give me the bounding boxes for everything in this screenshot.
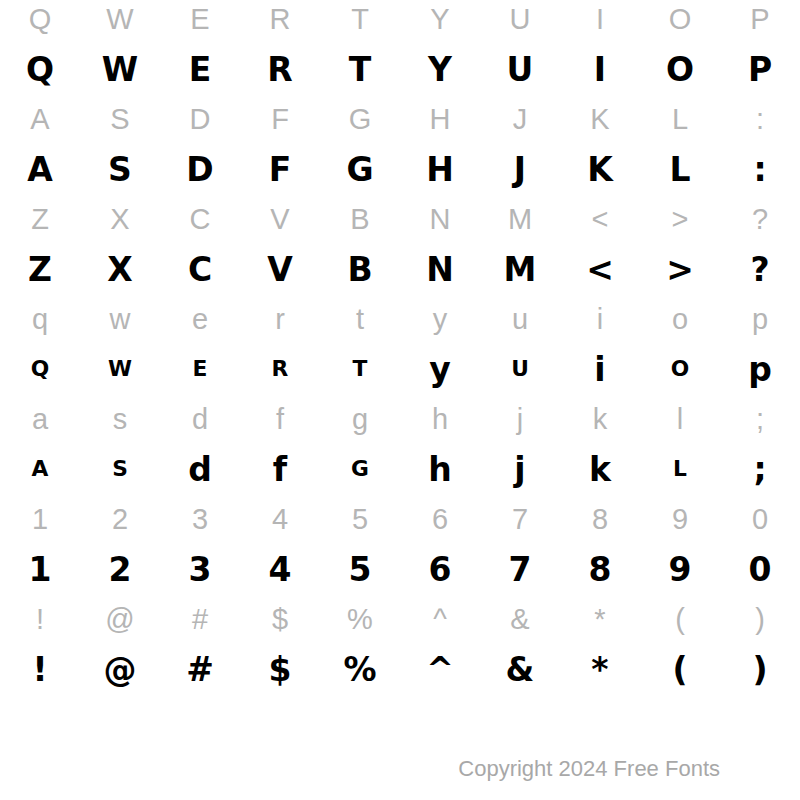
glyph-cell: O — [669, 5, 692, 34]
glyph-cell: % — [347, 605, 373, 634]
glyph-cell: @ — [104, 653, 137, 686]
glyph-row-reference-7: qwertyuiop — [0, 300, 800, 350]
glyph-cell: S — [108, 153, 132, 186]
glyph-cell: C — [188, 253, 212, 286]
glyph-cell: 5 — [349, 553, 372, 586]
glyph-cell: ( — [675, 605, 685, 634]
glyph-cell: 2 — [112, 505, 128, 534]
glyph-cell: R — [267, 53, 292, 86]
glyph-row-font-8: QWERTyUiOp — [0, 350, 800, 400]
glyph-cell: k — [589, 453, 611, 486]
glyph-cell: f — [276, 405, 284, 434]
glyph-cell: M — [504, 253, 537, 286]
glyph-cell: H — [430, 105, 451, 134]
glyph-row-font-10: ASdfGhjkL; — [0, 450, 800, 500]
glyph-cell: 0 — [752, 505, 768, 534]
glyph-cell: ? — [752, 205, 768, 234]
glyph-cell: E — [193, 358, 208, 380]
glyph-cell: P — [748, 53, 772, 86]
glyph-cell: ? — [750, 253, 769, 286]
glyph-cell: A — [30, 105, 49, 134]
glyph-cell: N — [426, 253, 454, 286]
glyph-cell: i — [594, 353, 605, 386]
glyph-cell: 5 — [352, 505, 368, 534]
glyph-cell: L — [669, 153, 690, 186]
glyph-cell: P — [750, 5, 769, 34]
glyph-cell: F — [271, 105, 289, 134]
glyph-cell: E — [190, 5, 209, 34]
glyph-cell: 3 — [192, 505, 208, 534]
glyph-row-reference-9: asdfghjkl; — [0, 400, 800, 450]
glyph-cell: A — [32, 458, 49, 480]
glyph-cell: # — [186, 653, 214, 686]
glyph-cell: U — [510, 5, 531, 34]
glyph-cell: w — [110, 305, 131, 334]
glyph-row-font-12: 1234567890 — [0, 550, 800, 600]
glyph-cell: q — [32, 305, 48, 334]
glyph-cell: h — [428, 453, 452, 486]
glyph-cell: L — [673, 458, 687, 480]
glyph-cell: r — [275, 305, 285, 334]
glyph-cell: S — [110, 105, 129, 134]
footer: Copyright 2024 Free Fonts — [0, 700, 800, 800]
glyph-cell: G — [351, 458, 369, 480]
glyph-cell: ( — [672, 653, 687, 686]
glyph-cell: p — [752, 305, 768, 334]
glyph-cell: % — [343, 653, 376, 686]
glyph-cell: d — [192, 405, 208, 434]
copyright-text: Copyright 2024 Free Fonts — [458, 758, 720, 780]
glyph-cell: 7 — [512, 505, 528, 534]
glyph-cell: A — [27, 153, 53, 186]
glyph-cell: * — [594, 605, 605, 634]
glyph-cell: 8 — [592, 505, 608, 534]
glyph-cell: C — [190, 205, 211, 234]
glyph-cell: # — [192, 605, 208, 634]
glyph-cell: J — [513, 105, 528, 134]
glyph-cell: 8 — [589, 553, 612, 586]
glyph-cell: Y — [428, 53, 452, 86]
glyph-cell: O — [666, 53, 694, 86]
glyph-cell: R — [272, 358, 289, 380]
glyph-cell: k — [593, 405, 608, 434]
glyph-row-reference-1: QWERTYUIOP — [0, 0, 800, 50]
glyph-cell: u — [512, 305, 528, 334]
glyph-cell: d — [188, 453, 212, 486]
glyph-cell: K — [590, 105, 609, 134]
glyph-cell: W — [108, 358, 132, 380]
glyph-cell: T — [353, 358, 368, 380]
glyph-cell: B — [350, 205, 369, 234]
glyph-cell: ! — [32, 653, 47, 686]
glyph-cell: ; — [753, 453, 766, 486]
glyph-cell: i — [597, 305, 603, 334]
glyph-cell: ^ — [433, 605, 447, 634]
glyph-cell: G — [349, 105, 372, 134]
glyph-cell: Y — [430, 5, 449, 34]
glyph-cell: s — [113, 405, 128, 434]
glyph-row-font-2: QWERTYUIOP — [0, 50, 800, 100]
glyph-cell: D — [186, 153, 213, 186]
glyph-cell: o — [672, 305, 688, 334]
glyph-cell: Q — [26, 53, 54, 86]
glyph-cell: S — [112, 458, 128, 480]
glyph-cell: E — [189, 53, 212, 86]
glyph-cell: ; — [756, 405, 764, 434]
glyph-cell: @ — [105, 605, 134, 634]
glyph-cell: D — [190, 105, 211, 134]
glyph-cell: y — [433, 305, 448, 334]
glyph-cell: T — [349, 53, 372, 86]
glyph-cell: : — [753, 153, 766, 186]
glyph-cell: y — [429, 353, 451, 386]
glyph-cell: Q — [29, 5, 52, 34]
glyph-row-reference-11: 1234567890 — [0, 500, 800, 550]
glyph-cell: $ — [269, 653, 292, 686]
glyph-cell: ) — [755, 605, 765, 634]
glyph-cell: $ — [272, 605, 288, 634]
glyph-cell: R — [270, 5, 291, 34]
glyph-cell: p — [748, 353, 772, 386]
glyph-cell: V — [267, 253, 293, 286]
glyph-cell: 1 — [29, 553, 52, 586]
glyph-cell: 4 — [272, 505, 288, 534]
glyph-cell: T — [351, 5, 369, 34]
glyph-row-reference-5: ZXCVBNM<>? — [0, 200, 800, 250]
glyph-cell: 6 — [432, 505, 448, 534]
glyph-cell: Z — [31, 205, 49, 234]
glyph-cell: < — [586, 253, 614, 286]
glyph-cell: Q — [31, 358, 50, 380]
glyph-cell: ^ — [426, 653, 454, 686]
glyph-cell: 0 — [749, 553, 772, 586]
glyph-row-font-14: !@#$%^&*() — [0, 650, 800, 700]
glyph-cell: F — [269, 153, 292, 186]
glyph-cell: e — [192, 305, 208, 334]
glyph-cell: 6 — [429, 553, 452, 586]
glyph-row-font-4: ASDFGHJKL: — [0, 150, 800, 200]
glyph-cell: & — [506, 653, 535, 686]
glyph-cell: j — [514, 453, 525, 486]
character-map: QWERTYUIOPQWERTYUIOPASDFGHJKL:ASDFGHJKL:… — [0, 0, 800, 700]
glyph-cell: ! — [36, 605, 44, 634]
glyph-cell: 4 — [269, 553, 292, 586]
glyph-cell: & — [510, 605, 529, 634]
glyph-cell: I — [594, 53, 606, 86]
glyph-cell: I — [596, 5, 604, 34]
glyph-cell: U — [511, 358, 529, 380]
glyph-cell: 1 — [32, 505, 48, 534]
glyph-cell: g — [352, 405, 368, 434]
glyph-cell: 9 — [672, 505, 688, 534]
glyph-cell: 9 — [669, 553, 692, 586]
glyph-cell: ) — [752, 653, 767, 686]
glyph-cell: f — [273, 453, 287, 486]
glyph-cell: J — [514, 153, 526, 186]
glyph-cell: G — [346, 153, 373, 186]
glyph-cell: > — [672, 205, 689, 234]
font-specimen-page: QWERTYUIOPQWERTYUIOPASDFGHJKL:ASDFGHJKL:… — [0, 0, 800, 800]
glyph-cell: N — [430, 205, 451, 234]
glyph-cell: Z — [28, 253, 52, 286]
glyph-cell: K — [587, 153, 613, 186]
glyph-cell: > — [666, 253, 694, 286]
glyph-cell: W — [102, 53, 138, 86]
glyph-cell: W — [106, 5, 133, 34]
glyph-cell: a — [32, 405, 48, 434]
glyph-cell: 7 — [509, 553, 532, 586]
glyph-cell: h — [432, 405, 448, 434]
glyph-row-font-6: ZXCVBNM<>? — [0, 250, 800, 300]
glyph-cell: H — [426, 153, 454, 186]
glyph-cell: X — [110, 205, 129, 234]
glyph-cell: O — [671, 358, 690, 380]
glyph-cell: t — [356, 305, 364, 334]
glyph-cell: j — [517, 405, 523, 434]
glyph-cell: < — [592, 205, 609, 234]
glyph-cell: U — [507, 53, 534, 86]
glyph-cell: 3 — [189, 553, 212, 586]
glyph-cell: M — [508, 205, 532, 234]
glyph-cell: * — [591, 653, 608, 686]
glyph-cell: 2 — [109, 553, 132, 586]
glyph-row-reference-3: ASDFGHJKL: — [0, 100, 800, 150]
glyph-row-reference-13: !@#$%^&*() — [0, 600, 800, 650]
glyph-cell: : — [756, 105, 764, 134]
glyph-cell: L — [672, 105, 688, 134]
glyph-cell: V — [270, 205, 289, 234]
glyph-cell: l — [677, 405, 683, 434]
glyph-cell: X — [107, 253, 132, 286]
glyph-cell: B — [347, 253, 372, 286]
